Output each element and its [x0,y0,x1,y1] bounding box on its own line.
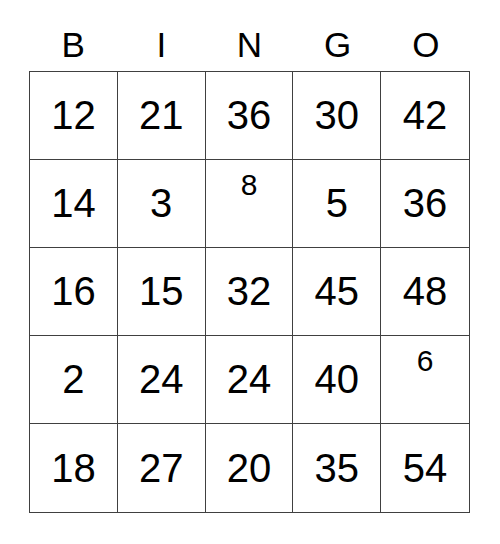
cell-r5c1[interactable]: 18 [30,424,118,512]
column-letter-g: G [294,18,382,71]
column-letter-o: O [382,18,470,71]
cell-r4c4[interactable]: 40 [293,336,381,424]
cell-r3c1[interactable]: 16 [30,248,118,336]
cell-r4c1[interactable]: 2 [30,336,118,424]
cell-r1c2[interactable]: 21 [118,72,206,160]
cell-r3c3[interactable]: 32 [206,248,294,336]
cell-r2c5[interactable]: 36 [381,160,469,248]
cell-r3c2[interactable]: 15 [118,248,206,336]
column-letter-n: N [205,18,293,71]
cell-r4c5[interactable]: 6 [381,336,469,424]
cell-r2c1[interactable]: 14 [30,160,118,248]
cell-r5c4[interactable]: 35 [293,424,381,512]
column-letter-b: B [29,18,117,71]
bingo-grid: 12 21 36 30 42 14 3 8 5 36 16 15 32 45 4… [29,71,470,513]
cell-r1c4[interactable]: 30 [293,72,381,160]
column-letter-i: I [117,18,205,71]
cell-r1c3[interactable]: 36 [206,72,294,160]
cell-r5c2[interactable]: 27 [118,424,206,512]
cell-r4c2[interactable]: 24 [118,336,206,424]
cell-r1c5[interactable]: 42 [381,72,469,160]
cell-r5c5[interactable]: 54 [381,424,469,512]
cell-r2c4[interactable]: 5 [293,160,381,248]
cell-r1c1[interactable]: 12 [30,72,118,160]
cell-r3c5[interactable]: 48 [381,248,469,336]
bingo-header: B I N G O [29,0,470,71]
cell-r3c4[interactable]: 45 [293,248,381,336]
cell-r5c3[interactable]: 20 [206,424,294,512]
cell-r2c3[interactable]: 8 [206,160,294,248]
cell-r2c2[interactable]: 3 [118,160,206,248]
cell-r4c3[interactable]: 24 [206,336,294,424]
bingo-card: B I N G O 12 21 36 30 42 14 3 8 5 36 16 … [0,0,500,544]
